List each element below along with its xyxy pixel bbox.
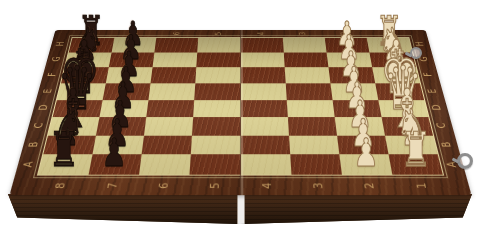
square-d5[interactable] xyxy=(193,100,240,117)
square-e5[interactable] xyxy=(194,83,240,100)
square-h6[interactable] xyxy=(154,38,198,53)
piece-white-pawn-a2[interactable]: ♟ xyxy=(353,133,378,172)
square-g6[interactable] xyxy=(152,52,197,67)
square-f4[interactable] xyxy=(240,67,285,83)
rank-label-front-2: 2 xyxy=(362,179,376,193)
square-g5[interactable] xyxy=(196,52,240,67)
square-c4[interactable] xyxy=(240,117,288,135)
file-label-left-B: B xyxy=(27,139,41,150)
file-label-left-C: C xyxy=(32,120,45,131)
board-side-face xyxy=(8,194,472,224)
piece-white-rook-a1[interactable]: ♜ xyxy=(401,126,432,174)
square-e3[interactable] xyxy=(285,83,332,100)
square-g3[interactable] xyxy=(283,52,328,67)
square-c6[interactable] xyxy=(144,117,193,135)
rank-label-back-5: 5 xyxy=(215,30,222,37)
square-c3[interactable] xyxy=(287,117,336,135)
rank-label-front-1: 1 xyxy=(413,179,428,193)
square-b4[interactable] xyxy=(240,135,289,154)
piece-black-rook-a8[interactable]: ♜ xyxy=(49,126,80,174)
rank-label-front-7: 7 xyxy=(104,179,118,193)
square-d6[interactable] xyxy=(146,100,194,117)
square-d3[interactable] xyxy=(286,100,334,117)
square-a6[interactable] xyxy=(139,155,191,175)
square-g4[interactable] xyxy=(240,52,284,67)
square-h4[interactable] xyxy=(240,38,283,53)
square-b3[interactable] xyxy=(288,135,339,154)
rank-label-back-3: 3 xyxy=(299,30,307,37)
square-a4[interactable] xyxy=(240,155,291,175)
rank-label-front-8: 8 xyxy=(52,179,67,193)
rank-label-back-4: 4 xyxy=(257,30,264,37)
file-label-right-B: B xyxy=(440,139,454,150)
square-f6[interactable] xyxy=(150,67,196,83)
file-label-right-C: C xyxy=(435,120,448,131)
chess-set-photo: 8877665544332211HHGGFFEEDDCCBBAA ♜♞♝♛♚♝♞… xyxy=(0,0,480,227)
square-e4[interactable] xyxy=(240,83,286,100)
square-h3[interactable] xyxy=(282,38,326,53)
square-b5[interactable] xyxy=(191,135,240,154)
square-f5[interactable] xyxy=(195,67,240,83)
square-a3[interactable] xyxy=(289,155,341,175)
square-d4[interactable] xyxy=(240,100,287,117)
clasp-ring xyxy=(457,153,473,169)
file-label-left-A: A xyxy=(21,158,35,170)
fold-gap xyxy=(237,194,245,224)
rank-label-front-5: 5 xyxy=(208,179,221,193)
square-a5[interactable] xyxy=(189,155,240,175)
rank-label-front-3: 3 xyxy=(311,179,325,193)
file-label-right-D: D xyxy=(430,103,443,113)
rank-label-front-6: 6 xyxy=(156,179,170,193)
square-h5[interactable] xyxy=(197,38,240,53)
square-b6[interactable] xyxy=(141,135,192,154)
square-e6[interactable] xyxy=(148,83,195,100)
file-label-right-E: E xyxy=(426,86,438,96)
square-f3[interactable] xyxy=(284,67,330,83)
file-label-left-E: E xyxy=(42,86,54,96)
rank-label-back-6: 6 xyxy=(173,30,181,37)
piece-black-pawn-a7[interactable]: ♟ xyxy=(102,133,127,172)
square-c5[interactable] xyxy=(192,117,240,135)
clasp-eye-front-right xyxy=(457,153,473,169)
rank-label-front-4: 4 xyxy=(259,179,272,193)
file-label-left-D: D xyxy=(37,103,50,113)
fold-seam xyxy=(239,30,242,195)
